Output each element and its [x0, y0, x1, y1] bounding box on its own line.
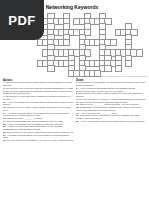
down-clues: Down 1. This protocol is responsible for…: [76, 78, 148, 198]
clue-text: Responsible for sequencing packets in th…: [76, 106, 141, 111]
clue-text: A family of related protocols responsibl…: [3, 125, 62, 130]
clue-text: The protocol responsible for handling co…: [3, 90, 72, 95]
clue-text: A network topology where all devices sha…: [3, 134, 70, 139]
clue-item: 25. A piece of hardware essential for co…: [76, 120, 147, 123]
pdf-badge: PDF: [0, 0, 44, 40]
crossword-grid: [38, 14, 147, 76]
clue-text: A network topology where all devices hav…: [3, 112, 69, 117]
clue-text: A piece of hardware essential for connec…: [80, 120, 145, 123]
clue-text: This protocol is used when downloading e…: [3, 81, 72, 86]
clue-text: The protocol layer where data is initial…: [3, 106, 70, 111]
grid-caption: Created using the Crossword Maker on The…: [88, 75, 148, 78]
clue-item: 26. The time taken for a message to be r…: [3, 139, 74, 142]
clue-text: This protocol is responsible for transfe…: [76, 81, 145, 86]
clue-text: The amount of data that can be transferr…: [3, 95, 70, 100]
clue-text: The time taken for a message to be recei…: [7, 139, 74, 142]
across-clues: Across 4. This protocol is used when dow…: [3, 78, 74, 198]
across-clue-list: 4. This protocol is used when downloadin…: [3, 81, 74, 142]
pdf-badge-label: PDF: [8, 13, 36, 28]
clue-text: A type of network found in single sites …: [3, 101, 73, 106]
clue-text: The protocol layer where data is transfe…: [76, 92, 143, 97]
down-clue-list: 1. This protocol is responsible for tran…: [76, 81, 147, 122]
pdf-thumbnail[interactable]: PDF Networking Keywords Created using th…: [0, 0, 149, 198]
clue-text: This protocol uses encryption to securel…: [76, 114, 139, 119]
